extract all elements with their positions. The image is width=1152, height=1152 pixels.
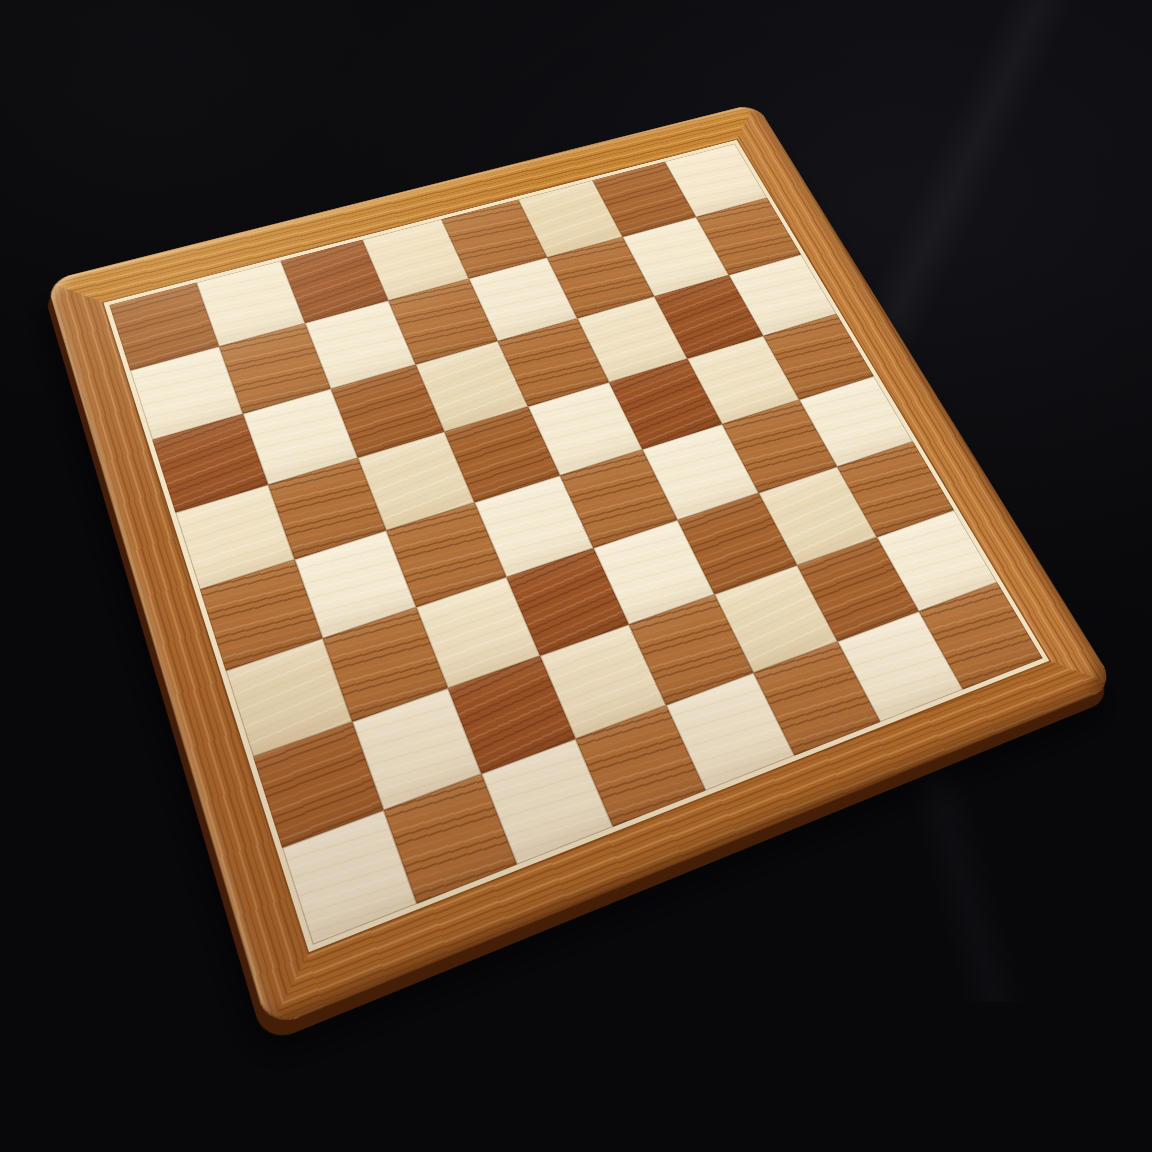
chessboard bbox=[46, 103, 1116, 1030]
photo-background bbox=[0, 0, 1152, 1152]
